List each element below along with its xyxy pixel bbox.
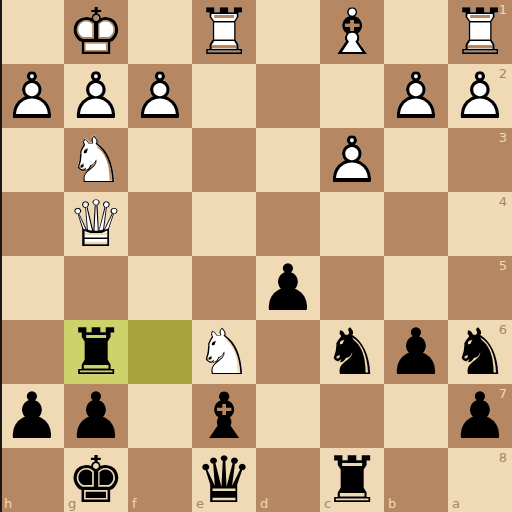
chess-board: ♚♔♜♖♝♗♜♖1♟♙♟♙♟♙♟♙♟♙2♞♘♟♙3♛♕4♟5♜♞♘♞♟♞6♟♟♝… (0, 0, 512, 512)
square-f8[interactable]: f (128, 448, 192, 512)
chess-board-container: ♚♔♜♖♝♗♜♖1♟♙♟♙♟♙♟♙♟♙2♞♘♟♙3♛♕4♟5♜♞♘♞♟♞6♟♟♝… (0, 0, 512, 512)
piece-black-rook[interactable]: ♜ (64, 320, 128, 384)
coordinate-rank-4: 4 (499, 195, 507, 208)
square-h5[interactable] (0, 256, 64, 320)
square-f2[interactable]: ♟♙ (128, 64, 192, 128)
white-pawn-icon: ♟ (64, 64, 128, 128)
square-g7[interactable]: ♟ (64, 384, 128, 448)
square-d4[interactable] (256, 192, 320, 256)
coordinate-rank-1: 1 (499, 3, 507, 16)
white-pawn-outline-icon: ♙ (320, 128, 384, 192)
square-g6[interactable]: ♜ (64, 320, 128, 384)
coordinate-rank-3: 3 (499, 131, 507, 144)
white-pawn-outline-icon: ♙ (0, 64, 64, 128)
square-g8[interactable]: ♚g (64, 448, 128, 512)
white-king-icon: ♚ (64, 0, 128, 64)
white-knight-outline-icon: ♘ (64, 128, 128, 192)
square-a1[interactable]: ♜♖1 (448, 0, 512, 64)
square-f1[interactable] (128, 0, 192, 64)
square-e2[interactable] (192, 64, 256, 128)
black-bishop-icon: ♝ (192, 384, 256, 448)
square-g2[interactable]: ♟♙ (64, 64, 128, 128)
square-c6[interactable]: ♞ (320, 320, 384, 384)
square-b4[interactable] (384, 192, 448, 256)
black-rook-icon: ♜ (64, 320, 128, 384)
black-pawn-icon: ♟ (384, 320, 448, 384)
coordinate-file-h: h (4, 497, 12, 510)
square-c7[interactable] (320, 384, 384, 448)
square-b8[interactable]: b (384, 448, 448, 512)
square-d2[interactable] (256, 64, 320, 128)
coordinate-rank-7: 7 (499, 387, 507, 400)
white-knight-outline-icon: ♘ (192, 320, 256, 384)
square-a4[interactable]: 4 (448, 192, 512, 256)
coordinate-rank-8: 8 (499, 451, 507, 464)
square-a3[interactable]: 3 (448, 128, 512, 192)
square-b3[interactable] (384, 128, 448, 192)
piece-white-pawn[interactable]: ♟♙ (0, 64, 64, 128)
square-h7[interactable]: ♟ (0, 384, 64, 448)
square-c4[interactable] (320, 192, 384, 256)
square-d7[interactable] (256, 384, 320, 448)
square-b2[interactable]: ♟♙ (384, 64, 448, 128)
black-pawn-icon: ♟ (64, 384, 128, 448)
coordinate-file-c: c (324, 497, 331, 510)
square-c2[interactable] (320, 64, 384, 128)
piece-white-knight[interactable]: ♞♘ (64, 128, 128, 192)
square-a7[interactable]: ♟7 (448, 384, 512, 448)
square-b6[interactable]: ♟ (384, 320, 448, 384)
square-c8[interactable]: ♜c (320, 448, 384, 512)
square-h1[interactable] (0, 0, 64, 64)
white-pawn-outline-icon: ♙ (64, 64, 128, 128)
square-g4[interactable]: ♛♕ (64, 192, 128, 256)
square-f6[interactable] (128, 320, 192, 384)
coordinate-rank-2: 2 (499, 67, 507, 80)
square-e7[interactable]: ♝ (192, 384, 256, 448)
square-c3[interactable]: ♟♙ (320, 128, 384, 192)
piece-white-pawn[interactable]: ♟♙ (64, 64, 128, 128)
coordinate-file-e: e (196, 497, 204, 510)
piece-white-rook[interactable]: ♜♖ (192, 0, 256, 64)
square-d6[interactable] (256, 320, 320, 384)
coordinate-file-b: b (388, 497, 396, 510)
square-h6[interactable] (0, 320, 64, 384)
square-g3[interactable]: ♞♘ (64, 128, 128, 192)
square-g5[interactable] (64, 256, 128, 320)
square-f5[interactable] (128, 256, 192, 320)
coordinate-rank-6: 6 (499, 323, 507, 336)
square-b7[interactable] (384, 384, 448, 448)
white-pawn-icon: ♟ (384, 64, 448, 128)
square-e6[interactable]: ♞♘ (192, 320, 256, 384)
white-bishop-outline-icon: ♗ (320, 0, 384, 64)
white-bishop-icon: ♝ (320, 0, 384, 64)
black-pawn-icon: ♟ (0, 384, 64, 448)
piece-white-queen[interactable]: ♛♕ (64, 192, 128, 256)
white-knight-icon: ♞ (64, 128, 128, 192)
square-b5[interactable] (384, 256, 448, 320)
square-e4[interactable] (192, 192, 256, 256)
black-pawn-icon: ♟ (256, 256, 320, 320)
piece-white-king[interactable]: ♚♔ (64, 0, 128, 64)
square-h2[interactable]: ♟♙ (0, 64, 64, 128)
white-king-outline-icon: ♔ (64, 0, 128, 64)
white-knight-icon: ♞ (192, 320, 256, 384)
piece-black-bishop[interactable]: ♝ (192, 384, 256, 448)
coordinate-file-a: a (452, 497, 460, 510)
square-a8[interactable]: 8a (448, 448, 512, 512)
piece-black-pawn[interactable]: ♟ (384, 320, 448, 384)
piece-black-pawn[interactable]: ♟ (64, 384, 128, 448)
square-d1[interactable] (256, 0, 320, 64)
square-d3[interactable] (256, 128, 320, 192)
white-pawn-icon: ♟ (0, 64, 64, 128)
square-d8[interactable]: d (256, 448, 320, 512)
square-h4[interactable] (0, 192, 64, 256)
square-a2[interactable]: ♟♙2 (448, 64, 512, 128)
square-b1[interactable] (384, 0, 448, 64)
square-d5[interactable]: ♟ (256, 256, 320, 320)
coordinate-file-d: d (260, 497, 268, 510)
white-pawn-icon: ♟ (128, 64, 192, 128)
white-pawn-icon: ♟ (320, 128, 384, 192)
piece-white-pawn[interactable]: ♟♙ (320, 128, 384, 192)
white-rook-outline-icon: ♖ (192, 0, 256, 64)
board-left-edge (0, 0, 2, 512)
piece-white-pawn[interactable]: ♟♙ (128, 64, 192, 128)
square-c5[interactable] (320, 256, 384, 320)
black-knight-icon: ♞ (320, 320, 384, 384)
square-f7[interactable] (128, 384, 192, 448)
square-h3[interactable] (0, 128, 64, 192)
white-queen-outline-icon: ♕ (64, 192, 128, 256)
square-f4[interactable] (128, 192, 192, 256)
white-pawn-outline-icon: ♙ (384, 64, 448, 128)
square-a6[interactable]: ♞6 (448, 320, 512, 384)
coordinate-rank-5: 5 (499, 259, 507, 272)
piece-black-pawn[interactable]: ♟ (256, 256, 320, 320)
square-e1[interactable]: ♜♖ (192, 0, 256, 64)
coordinate-file-f: f (132, 497, 137, 510)
piece-black-pawn[interactable]: ♟ (0, 384, 64, 448)
square-h8[interactable]: h (0, 448, 64, 512)
square-e5[interactable] (192, 256, 256, 320)
piece-white-pawn[interactable]: ♟♙ (384, 64, 448, 128)
square-g1[interactable]: ♚♔ (64, 0, 128, 64)
piece-black-knight[interactable]: ♞ (320, 320, 384, 384)
white-pawn-outline-icon: ♙ (128, 64, 192, 128)
white-rook-icon: ♜ (192, 0, 256, 64)
square-c1[interactable]: ♝♗ (320, 0, 384, 64)
square-f3[interactable] (128, 128, 192, 192)
square-e3[interactable] (192, 128, 256, 192)
square-e8[interactable]: ♛e (192, 448, 256, 512)
piece-white-knight[interactable]: ♞♘ (192, 320, 256, 384)
square-a5[interactable]: 5 (448, 256, 512, 320)
white-queen-icon: ♛ (64, 192, 128, 256)
piece-white-bishop[interactable]: ♝♗ (320, 0, 384, 64)
coordinate-file-g: g (68, 497, 76, 510)
